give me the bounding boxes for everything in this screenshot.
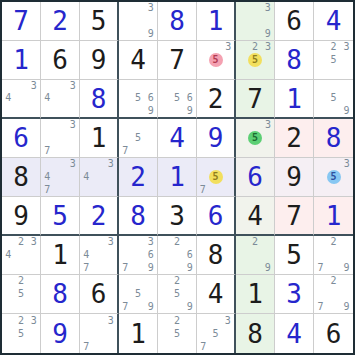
candidate-slot-empty — [132, 249, 145, 262]
candidate-slot-empty — [54, 183, 67, 196]
cell-r9c6[interactable]: 357 — [197, 314, 236, 353]
candidate-slot-empty — [171, 340, 184, 353]
cell-r4c6[interactable]: 9 — [197, 119, 236, 158]
candidate-slot-empty — [236, 41, 248, 53]
candidate-grid: 25 — [2, 275, 40, 313]
cell-r2c4[interactable]: 4 — [119, 41, 158, 80]
candidate-9: 9 — [340, 261, 353, 274]
candidate-3: 3 — [262, 119, 274, 131]
cell-r2c1[interactable]: 1 — [2, 41, 41, 80]
candidate-slot-empty — [144, 80, 157, 92]
candidate-slot-empty — [144, 144, 157, 157]
candidate-slot-empty — [80, 158, 92, 171]
cell-r6c7[interactable]: 4 — [236, 197, 275, 236]
candidate-slot-empty — [92, 183, 104, 196]
candidate-7: 7 — [41, 144, 54, 157]
candidate-5: 5 — [171, 327, 184, 340]
cell-r1c1[interactable]: 7 — [2, 2, 41, 41]
candidate-slot-empty — [27, 275, 40, 288]
cell-r7c5[interactable]: 269 — [158, 236, 197, 275]
candidate-slot-empty — [340, 92, 353, 104]
candidate-grid: 34 — [41, 80, 79, 117]
candidate-3: 3 — [341, 158, 354, 170]
candidate-slot-empty — [236, 27, 249, 40]
candidate-grid: 3679 — [119, 236, 157, 274]
given-digit: 5 — [275, 236, 313, 274]
candidate-5: 5 — [209, 327, 221, 340]
cell-r3c7[interactable]: 7 — [236, 80, 275, 119]
candidate-slot-empty — [248, 119, 262, 131]
candidate-slot-empty — [262, 53, 274, 67]
candidate-9: 9 — [144, 105, 157, 117]
candidate-slot-empty — [197, 53, 209, 67]
candidate-slot-empty — [223, 53, 235, 67]
cell-r6c6[interactable]: 6 — [197, 197, 236, 236]
candidate-slot-empty — [66, 183, 79, 196]
candidate-grid: 234 — [2, 236, 40, 274]
candidate-grid: 39 — [119, 2, 157, 40]
cell-r4c1[interactable]: 6 — [2, 119, 41, 158]
candidate-slot-empty — [2, 236, 15, 249]
candidate-slot-empty — [27, 340, 40, 353]
candidate-9: 9 — [261, 261, 274, 274]
candidate-slot-empty — [54, 158, 67, 171]
candidate-slot-empty — [27, 105, 40, 117]
given-digit: 4 — [236, 197, 274, 234]
cell-r6c9[interactable]: 1 — [314, 197, 353, 236]
candidate-3: 3 — [27, 236, 40, 249]
cell-r8c8[interactable]: 3 — [275, 275, 314, 314]
candidate-slot-empty — [249, 27, 262, 40]
candidate-grid: 57 — [119, 119, 157, 157]
cell-r7c4[interactable]: 3679 — [119, 236, 158, 275]
cell-r3c1[interactable]: 34 — [2, 80, 41, 119]
candidate-slot-empty — [92, 249, 104, 262]
candidate-3: 3 — [27, 80, 40, 92]
candidate-5: 5 — [171, 92, 184, 104]
yellow-circled-candidate[interactable]: 5 — [248, 53, 262, 67]
green-circled-candidate[interactable]: 5 — [248, 131, 262, 145]
candidate-slot-empty — [223, 184, 235, 196]
candidate-9: 9 — [183, 261, 196, 274]
candidate-grid: 39 — [236, 2, 274, 40]
candidate-slot-empty — [41, 132, 54, 145]
candidate-9: 9 — [144, 27, 157, 40]
cell-r6c1[interactable]: 9 — [2, 197, 41, 236]
candidate-slot-empty — [119, 236, 132, 249]
candidate-4: 4 — [80, 249, 92, 262]
candidate-slot-empty — [66, 92, 79, 104]
candidate-2: 2 — [15, 314, 28, 327]
candidate-slot-empty — [314, 80, 327, 92]
candidate-3: 3 — [66, 119, 79, 132]
candidate-3: 3 — [222, 314, 234, 327]
candidate-4: 4 — [41, 92, 54, 104]
candidate-slot-empty — [54, 132, 67, 145]
candidate-grid: 347 — [41, 158, 79, 196]
given-digit: 1 — [80, 119, 117, 157]
candidate-slot-empty — [15, 261, 28, 274]
candidate-9: 9 — [340, 300, 353, 313]
candidate-4: 4 — [2, 92, 15, 104]
cell-r7c7[interactable]: 29 — [236, 236, 275, 275]
cell-r4c9[interactable]: 8 — [314, 119, 353, 158]
cell-r2c3[interactable]: 9 — [80, 41, 119, 80]
cell-r5c3[interactable]: 34 — [80, 158, 119, 197]
cell-r4c4[interactable]: 57 — [119, 119, 158, 158]
cell-r6c8[interactable]: 7 — [275, 197, 314, 236]
candidate-grid: 235 — [2, 314, 40, 353]
cell-r1c8[interactable]: 6 — [275, 2, 314, 41]
cell-r2c5[interactable]: 7 — [158, 41, 197, 80]
solved-digit: 2 — [119, 158, 157, 196]
candidate-7: 7 — [197, 340, 209, 353]
candidate-3: 3 — [261, 2, 274, 15]
candidate-slot-empty — [15, 92, 28, 104]
candidate-slot-empty — [2, 340, 15, 353]
candidate-grid: 37 — [41, 119, 79, 157]
candidate-2: 2 — [171, 236, 184, 249]
candidate-slot-empty — [236, 145, 248, 157]
candidate-slot-empty — [248, 67, 262, 79]
candidate-slot-empty — [209, 184, 223, 196]
given-digit: 2 — [197, 80, 234, 117]
candidate-slot-empty — [2, 80, 15, 92]
given-digit: 7 — [158, 41, 196, 79]
cell-r7c3[interactable]: 347 — [80, 236, 119, 275]
candidate-slot-5: 5 — [209, 170, 223, 184]
cell-r4c5[interactable]: 4 — [158, 119, 197, 158]
cell-r6c3[interactable]: 2 — [80, 197, 119, 236]
candidate-7: 7 — [119, 261, 132, 274]
candidate-slot-empty — [66, 132, 79, 145]
solved-digit: 1 — [158, 158, 196, 196]
candidate-7: 7 — [119, 144, 132, 157]
cell-r3c6[interactable]: 2 — [197, 80, 236, 119]
cell-r1c9[interactable]: 4 — [314, 2, 353, 41]
cell-r3c4[interactable]: 569 — [119, 80, 158, 119]
cell-r5c2[interactable]: 347 — [41, 158, 80, 197]
candidate-slot-empty — [327, 105, 340, 117]
cell-r9c7[interactable]: 8 — [236, 314, 275, 353]
candidate-slot-empty — [41, 158, 54, 171]
given-digit: 4 — [197, 275, 234, 313]
cell-r2c2[interactable]: 6 — [41, 41, 80, 80]
candidate-grid: 34 — [80, 158, 117, 196]
candidate-slot-empty — [314, 170, 327, 184]
candidate-slot-empty — [132, 261, 145, 274]
candidate-7: 7 — [80, 261, 92, 274]
candidate-slot-empty — [314, 288, 327, 301]
candidate-slot-empty — [183, 340, 196, 353]
cell-r5c1[interactable]: 8 — [2, 158, 41, 197]
candidate-slot-empty — [105, 261, 117, 274]
solved-digit: 1 — [197, 2, 234, 40]
candidate-slot-empty — [132, 27, 145, 40]
solved-digit: 5 — [41, 197, 79, 234]
candidate-grid: 34 — [2, 80, 40, 117]
given-digit: 1 — [41, 236, 79, 274]
candidate-slot-empty — [236, 119, 248, 131]
cell-r3c5[interactable]: 569 — [158, 80, 197, 119]
candidate-grid: 279 — [314, 236, 353, 274]
candidate-5: 5 — [15, 327, 28, 340]
candidate-slot-5: 5 — [327, 170, 341, 184]
cell-r4c2[interactable]: 37 — [41, 119, 80, 158]
candidate-slot-empty — [209, 158, 223, 170]
cell-r8c4[interactable]: 579 — [119, 275, 158, 314]
candidate-slot-empty — [27, 92, 40, 104]
cell-r1c6[interactable]: 1 — [197, 2, 236, 41]
candidate-slot-empty — [158, 261, 171, 274]
candidate-slot-empty — [171, 105, 184, 117]
solved-digit: 1 — [314, 197, 353, 234]
candidate-slot-empty — [132, 80, 145, 92]
candidate-9: 9 — [183, 105, 196, 117]
candidate-slot-empty — [171, 261, 184, 274]
candidate-slot-empty — [41, 105, 54, 117]
candidate-slot-empty — [209, 314, 221, 327]
candidate-slot-empty — [158, 340, 171, 353]
cell-r1c5[interactable]: 8 — [158, 2, 197, 41]
given-digit: 5 — [80, 2, 117, 40]
candidate-slot-empty — [132, 15, 145, 28]
candidate-slot-empty — [327, 261, 340, 274]
pink-circled-candidate[interactable]: 5 — [209, 53, 223, 67]
candidate-slot-empty — [2, 288, 15, 301]
candidate-slot-empty — [158, 92, 171, 104]
cell-r6c2[interactable]: 5 — [41, 197, 80, 236]
candidate-slot-empty — [197, 41, 209, 53]
solved-digit: 8 — [80, 80, 117, 117]
candidate-slot-empty — [327, 66, 340, 79]
candidate-6: 6 — [144, 92, 157, 104]
candidate-slot-empty — [92, 340, 104, 353]
cell-r7c6[interactable]: 8 — [197, 236, 236, 275]
candidate-slot-empty — [144, 288, 157, 301]
cell-r8c5[interactable]: 259 — [158, 275, 197, 314]
given-digit: 9 — [2, 197, 40, 234]
solved-digit: 4 — [275, 314, 313, 353]
candidate-slot-empty — [54, 119, 67, 132]
candidate-slot-empty — [223, 158, 235, 170]
candidate-slot-empty — [27, 327, 40, 340]
candidate-slot-empty — [80, 236, 92, 249]
cell-r4c8[interactable]: 2 — [275, 119, 314, 158]
solved-digit: 8 — [119, 197, 157, 234]
solved-digit: 8 — [41, 275, 79, 313]
candidate-grid: 29 — [236, 236, 274, 274]
candidate-slot-empty — [223, 170, 235, 184]
cell-r8c6[interactable]: 4 — [197, 275, 236, 314]
solved-digit: 7 — [2, 2, 40, 40]
candidate-slot-empty — [236, 53, 248, 67]
candidate-slot-empty — [119, 119, 132, 132]
cell-r9c9[interactable]: 6 — [314, 314, 353, 353]
candidate-slot-empty — [2, 261, 15, 274]
candidate-slot-empty — [183, 236, 196, 249]
given-digit: 7 — [236, 80, 274, 117]
candidate-3: 3 — [144, 236, 157, 249]
given-digit: 8 — [197, 236, 234, 274]
candidate-grid: 259 — [158, 275, 196, 313]
cell-r2c8[interactable]: 8 — [275, 41, 314, 80]
cell-r7c8[interactable]: 5 — [275, 236, 314, 275]
cell-r2c9[interactable]: 235 — [314, 41, 353, 80]
candidate-grid: 35 — [197, 41, 234, 79]
candidate-7: 7 — [314, 300, 327, 313]
cell-r5c6[interactable]: 57 — [197, 158, 236, 197]
cell-r9c8[interactable]: 4 — [275, 314, 314, 353]
candidate-slot-empty — [119, 80, 132, 92]
candidate-slot-empty — [261, 15, 274, 28]
cell-r8c2[interactable]: 8 — [41, 275, 80, 314]
cell-r3c3[interactable]: 8 — [80, 80, 119, 119]
candidate-slot-empty — [248, 145, 262, 157]
given-digit: 9 — [80, 41, 117, 79]
candidate-slot-empty — [15, 249, 28, 262]
cell-r9c5[interactable]: 25 — [158, 314, 197, 353]
candidate-9: 9 — [144, 261, 157, 274]
candidate-grid: 279 — [314, 275, 353, 313]
cell-r2c7[interactable]: 235 — [236, 41, 275, 80]
candidate-slot-empty — [223, 67, 235, 79]
candidate-slot-empty — [261, 249, 274, 262]
candidate-slot-empty — [119, 249, 132, 262]
candidate-slot-empty — [2, 275, 15, 288]
candidate-7: 7 — [197, 184, 209, 196]
cell-r5c5[interactable]: 1 — [158, 158, 197, 197]
candidate-2: 2 — [327, 236, 340, 249]
candidate-slot-empty — [262, 145, 274, 157]
candidate-slot-empty — [314, 105, 327, 117]
blue-circled-candidate[interactable]: 5 — [327, 170, 341, 184]
candidate-6: 6 — [144, 249, 157, 262]
cell-r6c4[interactable]: 8 — [119, 197, 158, 236]
given-digit: 3 — [158, 197, 196, 234]
cell-r5c9[interactable]: 35 — [314, 158, 353, 197]
cell-r3c8[interactable]: 1 — [275, 80, 314, 119]
cell-r7c2[interactable]: 1 — [41, 236, 80, 275]
candidate-slot-empty — [41, 80, 54, 92]
cell-r5c4[interactable]: 2 — [119, 158, 158, 197]
solved-digit: 6 — [197, 197, 234, 234]
candidate-3: 3 — [223, 41, 235, 53]
cell-r7c1[interactable]: 234 — [2, 236, 41, 275]
candidate-slot-empty — [15, 340, 28, 353]
candidate-slot-empty — [314, 92, 327, 104]
candidate-slot-empty — [158, 288, 171, 301]
cell-r1c2[interactable]: 2 — [41, 2, 80, 41]
candidate-slot-empty — [92, 236, 104, 249]
cell-r5c7[interactable]: 6 — [236, 158, 275, 197]
cell-r8c3[interactable]: 6 — [80, 275, 119, 314]
cell-r9c4[interactable]: 1 — [119, 314, 158, 353]
given-digit: 9 — [275, 158, 313, 196]
candidate-7: 7 — [80, 340, 92, 353]
given-digit: 4 — [119, 41, 157, 79]
candidate-slot-empty — [327, 158, 341, 170]
candidate-slot-empty — [105, 340, 117, 353]
candidate-2: 2 — [171, 275, 184, 288]
solved-digit: 8 — [314, 119, 353, 157]
candidate-2: 2 — [249, 236, 262, 249]
candidate-slot-empty — [158, 300, 171, 313]
candidate-grid: 35 — [314, 158, 353, 196]
cell-r8c1[interactable]: 25 — [2, 275, 41, 314]
cell-r4c3[interactable]: 1 — [80, 119, 119, 158]
cell-r7c9[interactable]: 279 — [314, 236, 353, 275]
candidate-slot-empty — [54, 80, 67, 92]
candidate-slot-empty — [105, 249, 117, 262]
cell-r3c2[interactable]: 34 — [41, 80, 80, 119]
yellow-circled-candidate[interactable]: 5 — [209, 170, 223, 184]
candidate-slot-empty — [144, 15, 157, 28]
candidate-5: 5 — [15, 288, 28, 301]
candidate-slot-empty — [144, 132, 157, 145]
candidate-5: 5 — [132, 288, 145, 301]
given-digit: 6 — [275, 2, 313, 40]
candidate-slot-empty — [314, 158, 327, 170]
candidate-slot-empty — [158, 80, 171, 92]
candidate-slot-empty — [158, 275, 171, 288]
cell-r9c2[interactable]: 9 — [41, 314, 80, 353]
cell-r6c5[interactable]: 3 — [158, 197, 197, 236]
candidate-slot-empty — [105, 327, 117, 340]
candidate-2: 2 — [15, 275, 28, 288]
cell-r2c6[interactable]: 35 — [197, 41, 236, 80]
cell-r1c4[interactable]: 39 — [119, 2, 158, 41]
candidate-grid: 269 — [158, 236, 196, 274]
candidate-3: 3 — [105, 158, 117, 171]
candidate-slot-empty — [197, 314, 209, 327]
candidate-slot-empty — [222, 327, 234, 340]
cell-r1c7[interactable]: 39 — [236, 2, 275, 41]
candidate-slot-empty — [66, 144, 79, 157]
cell-r9c1[interactable]: 235 — [2, 314, 41, 353]
solved-digit: 3 — [275, 275, 313, 313]
cell-r1c3[interactable]: 5 — [80, 2, 119, 41]
cell-r8c9[interactable]: 279 — [314, 275, 353, 314]
candidate-7: 7 — [41, 183, 54, 196]
given-digit: 8 — [236, 314, 274, 353]
candidate-slot-empty — [249, 2, 262, 15]
candidate-3: 3 — [105, 236, 117, 249]
cell-r3c9[interactable]: 59 — [314, 80, 353, 119]
candidate-slot-empty — [132, 105, 145, 117]
candidate-slot-empty — [27, 300, 40, 313]
candidate-slot-empty — [236, 131, 248, 145]
candidate-slot-empty — [236, 261, 249, 274]
candidate-slot-empty — [119, 132, 132, 145]
candidate-slot-5: 5 — [248, 131, 262, 145]
candidate-4: 4 — [80, 171, 92, 184]
candidate-slot-empty — [327, 288, 340, 301]
cell-r8c7[interactable]: 1 — [236, 275, 275, 314]
solved-digit: 8 — [158, 2, 196, 40]
candidate-7: 7 — [119, 300, 132, 313]
candidate-3: 3 — [66, 80, 79, 92]
candidate-2: 2 — [327, 41, 340, 54]
given-digit: 7 — [275, 197, 313, 234]
cell-r5c8[interactable]: 9 — [275, 158, 314, 197]
cell-r4c7[interactable]: 35 — [236, 119, 275, 158]
cell-r9c3[interactable]: 37 — [80, 314, 119, 353]
candidate-slot-empty — [236, 67, 248, 79]
candidate-slot-empty — [119, 27, 132, 40]
candidate-grid: 235 — [314, 41, 353, 79]
candidate-slot-empty — [341, 170, 354, 184]
